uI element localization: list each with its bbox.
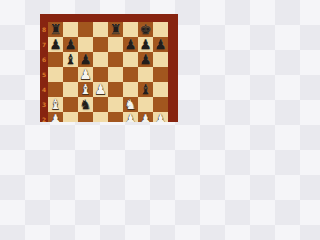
square-c3[interactable]: ♞ <box>78 97 93 112</box>
square-b3[interactable] <box>63 97 78 112</box>
rank-label-4: 4 <box>40 82 48 97</box>
square-e4[interactable] <box>108 82 123 97</box>
square-h7[interactable]: ♟ <box>153 37 168 52</box>
app-background: { "game": "chess", "position": { "fen": … <box>0 0 203 122</box>
square-d3[interactable] <box>93 97 108 112</box>
square-c4[interactable]: ♝ <box>78 82 93 97</box>
rank-labels: 87654321 <box>40 22 48 122</box>
square-c8[interactable] <box>78 22 93 37</box>
square-a6[interactable] <box>48 52 63 67</box>
square-e7[interactable] <box>108 37 123 52</box>
square-a3[interactable]: ♝ <box>48 97 63 112</box>
rank-label-5: 5 <box>40 67 48 82</box>
piece-black-pawn-g7[interactable]: ♟ <box>139 37 151 52</box>
square-g7[interactable]: ♟ <box>138 37 153 52</box>
square-b2[interactable] <box>63 112 78 122</box>
piece-black-rook-e8[interactable]: ♜ <box>109 22 121 37</box>
square-c5[interactable]: ♟ <box>78 67 93 82</box>
square-a5[interactable] <box>48 67 63 82</box>
rank-label-3: 3 <box>40 97 48 112</box>
square-b6[interactable]: ♝ <box>63 52 78 67</box>
piece-black-pawn-h7[interactable]: ♟ <box>154 37 166 52</box>
piece-black-bishop-b6[interactable]: ♝ <box>64 52 76 67</box>
square-g3[interactable] <box>138 97 153 112</box>
square-d2[interactable] <box>93 112 108 122</box>
square-b5[interactable] <box>63 67 78 82</box>
square-e6[interactable] <box>108 52 123 67</box>
piece-black-king-g8[interactable]: ♚ <box>139 22 151 37</box>
piece-black-pawn-b7[interactable]: ♟ <box>64 37 76 52</box>
piece-white-pawn-g2[interactable]: ♟ <box>139 112 151 122</box>
square-h2[interactable]: ♟ <box>153 112 168 122</box>
piece-black-pawn-c6[interactable]: ♟ <box>79 52 91 67</box>
square-d4[interactable]: ♟ <box>93 82 108 97</box>
square-h4[interactable] <box>153 82 168 97</box>
square-d6[interactable] <box>93 52 108 67</box>
piece-white-pawn-d4[interactable]: ♟ <box>94 82 106 97</box>
square-b7[interactable]: ♟ <box>63 37 78 52</box>
square-c2[interactable] <box>78 112 93 122</box>
square-a2[interactable]: ♟ <box>48 112 63 122</box>
square-d8[interactable] <box>93 22 108 37</box>
square-f5[interactable] <box>123 67 138 82</box>
square-b4[interactable] <box>63 82 78 97</box>
piece-white-bishop-a3[interactable]: ♝ <box>49 97 61 112</box>
square-g8[interactable]: ♚ <box>138 22 153 37</box>
square-g5[interactable] <box>138 67 153 82</box>
square-h5[interactable] <box>153 67 168 82</box>
square-f3[interactable]: ♞ <box>123 97 138 112</box>
square-e2[interactable] <box>108 112 123 122</box>
square-h6[interactable] <box>153 52 168 67</box>
piece-white-pawn-f2[interactable]: ♟ <box>124 112 136 122</box>
chess-board-frame: 87654321 ♜♜♚♟♟♟♟♟♝♟♟♟♝♟♝♝♞♞♟♟♟♟ <box>40 14 178 122</box>
square-f7[interactable]: ♟ <box>123 37 138 52</box>
piece-white-bishop-c4[interactable]: ♝ <box>79 82 91 97</box>
square-a8[interactable]: ♜ <box>48 22 63 37</box>
square-c6[interactable]: ♟ <box>78 52 93 67</box>
square-g6[interactable]: ♟ <box>138 52 153 67</box>
piece-black-pawn-f7[interactable]: ♟ <box>124 37 136 52</box>
square-e3[interactable] <box>108 97 123 112</box>
piece-white-pawn-h2[interactable]: ♟ <box>154 112 166 122</box>
square-e5[interactable] <box>108 67 123 82</box>
rank-label-7: 7 <box>40 37 48 52</box>
square-e8[interactable]: ♜ <box>108 22 123 37</box>
piece-white-pawn-c5[interactable]: ♟ <box>79 67 91 82</box>
piece-black-rook-a8[interactable]: ♜ <box>49 22 61 37</box>
square-c7[interactable] <box>78 37 93 52</box>
piece-black-pawn-g6[interactable]: ♟ <box>139 52 151 67</box>
piece-black-bishop-g4[interactable]: ♝ <box>139 82 151 97</box>
square-d5[interactable] <box>93 67 108 82</box>
piece-white-pawn-a2[interactable]: ♟ <box>49 112 61 122</box>
square-g4[interactable]: ♝ <box>138 82 153 97</box>
square-b8[interactable] <box>63 22 78 37</box>
square-h8[interactable] <box>153 22 168 37</box>
square-a7[interactable]: ♟ <box>48 37 63 52</box>
rank-label-8: 8 <box>40 22 48 37</box>
square-f2[interactable]: ♟ <box>123 112 138 122</box>
square-g2[interactable]: ♟ <box>138 112 153 122</box>
chess-board: ♜♜♚♟♟♟♟♟♝♟♟♟♝♟♝♝♞♞♟♟♟♟ <box>48 22 168 122</box>
piece-black-pawn-a7[interactable]: ♟ <box>49 37 61 52</box>
piece-white-knight-f3[interactable]: ♞ <box>124 97 136 112</box>
square-h3[interactable] <box>153 97 168 112</box>
square-f8[interactable] <box>123 22 138 37</box>
square-d7[interactable] <box>93 37 108 52</box>
square-f4[interactable] <box>123 82 138 97</box>
square-a4[interactable] <box>48 82 63 97</box>
rank-label-2: 2 <box>40 112 48 122</box>
square-f6[interactable] <box>123 52 138 67</box>
piece-black-knight-c3[interactable]: ♞ <box>79 97 91 112</box>
rank-label-6: 6 <box>40 52 48 67</box>
